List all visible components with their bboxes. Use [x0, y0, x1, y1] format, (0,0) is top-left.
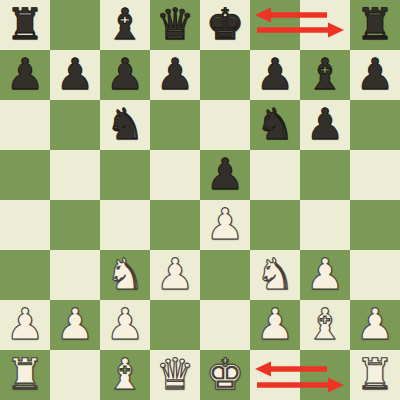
square-a4[interactable] — [0, 200, 50, 250]
piece-white-pawn[interactable]: ♟ — [350, 300, 400, 350]
square-d2[interactable] — [150, 300, 200, 350]
piece-white-rook[interactable]: ♜ — [0, 350, 50, 400]
square-h7[interactable]: ♟ — [350, 50, 400, 100]
piece-white-pawn[interactable]: ♟ — [0, 300, 50, 350]
piece-white-bishop[interactable]: ♝ — [300, 300, 350, 350]
square-d8[interactable]: ♛ — [150, 0, 200, 50]
square-h3[interactable] — [350, 250, 400, 300]
square-e7[interactable] — [200, 50, 250, 100]
piece-white-queen[interactable]: ♛ — [150, 350, 200, 400]
piece-black-pawn[interactable]: ♟ — [150, 50, 200, 100]
square-h4[interactable] — [350, 200, 400, 250]
square-b8[interactable] — [50, 0, 100, 50]
square-d3[interactable]: ♟ — [150, 250, 200, 300]
piece-white-bishop[interactable]: ♝ — [100, 350, 150, 400]
square-e3[interactable] — [200, 250, 250, 300]
piece-black-bishop[interactable]: ♝ — [100, 0, 150, 50]
square-g3[interactable]: ♟ — [300, 250, 350, 300]
square-e1[interactable]: ♚ — [200, 350, 250, 400]
square-h5[interactable] — [350, 150, 400, 200]
chess-board-area: ♜♝♛♚♜♟♟♟♟♟♝♟♞♞♟♟♟♞♟♞♟♟♟♟♟♝♟♜♝♛♚♜ — [0, 0, 400, 400]
piece-white-knight[interactable]: ♞ — [100, 250, 150, 300]
square-c5[interactable] — [100, 150, 150, 200]
square-e6[interactable] — [200, 100, 250, 150]
square-g1[interactable] — [300, 350, 350, 400]
square-b1[interactable] — [50, 350, 100, 400]
piece-white-king[interactable]: ♚ — [200, 350, 250, 400]
square-b6[interactable] — [50, 100, 100, 150]
piece-white-pawn[interactable]: ♟ — [300, 250, 350, 300]
piece-white-pawn[interactable]: ♟ — [200, 200, 250, 250]
square-d6[interactable] — [150, 100, 200, 150]
square-h2[interactable]: ♟ — [350, 300, 400, 350]
square-e4[interactable]: ♟ — [200, 200, 250, 250]
square-f5[interactable] — [250, 150, 300, 200]
square-f4[interactable] — [250, 200, 300, 250]
square-c2[interactable]: ♟ — [100, 300, 150, 350]
square-g2[interactable]: ♝ — [300, 300, 350, 350]
piece-black-queen[interactable]: ♛ — [150, 0, 200, 50]
square-f8[interactable] — [250, 0, 300, 50]
square-h8[interactable]: ♜ — [350, 0, 400, 50]
piece-white-pawn[interactable]: ♟ — [100, 300, 150, 350]
square-g5[interactable] — [300, 150, 350, 200]
square-f3[interactable]: ♞ — [250, 250, 300, 300]
piece-white-pawn[interactable]: ♟ — [250, 300, 300, 350]
square-f7[interactable]: ♟ — [250, 50, 300, 100]
square-h6[interactable] — [350, 100, 400, 150]
square-d4[interactable] — [150, 200, 200, 250]
square-a2[interactable]: ♟ — [0, 300, 50, 350]
chess-board: ♜♝♛♚♜♟♟♟♟♟♝♟♞♞♟♟♟♞♟♞♟♟♟♟♟♝♟♜♝♛♚♜ — [0, 0, 400, 400]
piece-black-pawn[interactable]: ♟ — [350, 50, 400, 100]
piece-white-knight[interactable]: ♞ — [250, 250, 300, 300]
square-c7[interactable]: ♟ — [100, 50, 150, 100]
square-c3[interactable]: ♞ — [100, 250, 150, 300]
square-e2[interactable] — [200, 300, 250, 350]
square-g4[interactable] — [300, 200, 350, 250]
square-b5[interactable] — [50, 150, 100, 200]
piece-black-knight[interactable]: ♞ — [100, 100, 150, 150]
square-b4[interactable] — [50, 200, 100, 250]
square-b3[interactable] — [50, 250, 100, 300]
piece-white-rook[interactable]: ♜ — [350, 350, 400, 400]
square-a6[interactable] — [0, 100, 50, 150]
square-g6[interactable]: ♟ — [300, 100, 350, 150]
piece-black-knight[interactable]: ♞ — [250, 100, 300, 150]
square-c8[interactable]: ♝ — [100, 0, 150, 50]
piece-white-pawn[interactable]: ♟ — [150, 250, 200, 300]
square-h1[interactable]: ♜ — [350, 350, 400, 400]
piece-black-pawn[interactable]: ♟ — [0, 50, 50, 100]
square-d1[interactable]: ♛ — [150, 350, 200, 400]
square-e5[interactable]: ♟ — [200, 150, 250, 200]
square-a8[interactable]: ♜ — [0, 0, 50, 50]
square-c4[interactable] — [100, 200, 150, 250]
piece-black-pawn[interactable]: ♟ — [50, 50, 100, 100]
square-a7[interactable]: ♟ — [0, 50, 50, 100]
piece-black-rook[interactable]: ♜ — [350, 0, 400, 50]
piece-black-pawn[interactable]: ♟ — [200, 150, 250, 200]
square-a3[interactable] — [0, 250, 50, 300]
square-b2[interactable]: ♟ — [50, 300, 100, 350]
piece-black-pawn[interactable]: ♟ — [250, 50, 300, 100]
piece-black-rook[interactable]: ♜ — [0, 0, 50, 50]
square-e8[interactable]: ♚ — [200, 0, 250, 50]
square-f2[interactable]: ♟ — [250, 300, 300, 350]
piece-black-bishop[interactable]: ♝ — [300, 50, 350, 100]
square-b7[interactable]: ♟ — [50, 50, 100, 100]
square-g8[interactable] — [300, 0, 350, 50]
piece-black-pawn[interactable]: ♟ — [300, 100, 350, 150]
square-a5[interactable] — [0, 150, 50, 200]
square-f1[interactable] — [250, 350, 300, 400]
piece-white-pawn[interactable]: ♟ — [50, 300, 100, 350]
square-c6[interactable]: ♞ — [100, 100, 150, 150]
square-f6[interactable]: ♞ — [250, 100, 300, 150]
piece-black-king[interactable]: ♚ — [200, 0, 250, 50]
square-d5[interactable] — [150, 150, 200, 200]
square-g7[interactable]: ♝ — [300, 50, 350, 100]
piece-black-pawn[interactable]: ♟ — [100, 50, 150, 100]
square-d7[interactable]: ♟ — [150, 50, 200, 100]
square-a1[interactable]: ♜ — [0, 350, 50, 400]
square-c1[interactable]: ♝ — [100, 350, 150, 400]
